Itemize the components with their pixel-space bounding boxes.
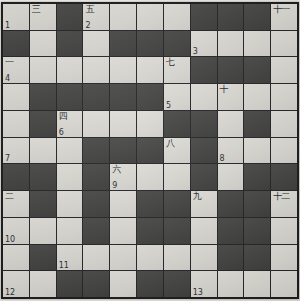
cell-r1c7[interactable]: 3: [191, 31, 217, 57]
down-clue-kanji-label: 六: [112, 164, 120, 174]
cell-r8c0[interactable]: 10: [3, 218, 29, 244]
black-cell-r9c8: [218, 245, 244, 271]
cell-r1c3[interactable]: [83, 31, 109, 57]
cell-r4c2[interactable]: 四6: [57, 111, 83, 137]
cell-r2c3[interactable]: [83, 57, 109, 83]
cell-r3c8[interactable]: 十: [218, 84, 244, 110]
down-clue-kanji-label: 十二: [273, 191, 289, 201]
black-cell-r2c8: [218, 57, 244, 83]
black-cell-r7c6: [164, 191, 190, 217]
cell-r6c8[interactable]: [218, 164, 244, 190]
across-clue-number-label: 4: [5, 74, 10, 83]
cell-r4c8[interactable]: [218, 111, 244, 137]
cell-r6c6[interactable]: [164, 164, 190, 190]
cell-r2c4[interactable]: [110, 57, 136, 83]
black-cell-r8c8: [218, 218, 244, 244]
cell-r10c8[interactable]: [218, 271, 244, 297]
across-clue-number-label: 1: [5, 21, 10, 30]
cell-r0c1[interactable]: 三: [30, 4, 56, 30]
black-cell-r3c4: [110, 84, 136, 110]
black-cell-r8c3: [83, 218, 109, 244]
cell-r7c7[interactable]: 九: [191, 191, 217, 217]
black-cell-r3c5: [137, 84, 163, 110]
black-cell-r4c6: [164, 111, 190, 137]
cell-r0c6[interactable]: [164, 4, 190, 30]
black-cell-r4c9: [244, 111, 270, 137]
cell-r10c0[interactable]: 12: [3, 271, 29, 297]
across-clue-number-label: 6: [59, 128, 64, 137]
cell-r9c4[interactable]: [110, 245, 136, 271]
black-cell-r10c5: [137, 271, 163, 297]
black-cell-r1c2: [57, 31, 83, 57]
black-cell-r6c0: [3, 164, 29, 190]
black-cell-r7c1: [30, 191, 56, 217]
down-clue-kanji-label: 十一: [273, 4, 289, 14]
cell-r8c1[interactable]: [30, 218, 56, 244]
cell-r9c7[interactable]: [191, 245, 217, 271]
cell-r8c10[interactable]: [271, 218, 297, 244]
cell-r5c10[interactable]: [271, 138, 297, 164]
cell-r0c5[interactable]: [137, 4, 163, 30]
black-cell-r7c3: [83, 191, 109, 217]
cell-r9c10[interactable]: [271, 245, 297, 271]
black-cell-r1c0: [3, 31, 29, 57]
cell-r10c7[interactable]: 13: [191, 271, 217, 297]
cell-r1c8[interactable]: [218, 31, 244, 57]
down-clue-kanji-label: 九: [193, 191, 201, 201]
cell-r8c7[interactable]: [191, 218, 217, 244]
cell-r1c1[interactable]: [30, 31, 56, 57]
cell-r1c9[interactable]: [244, 31, 270, 57]
cell-r9c6[interactable]: [164, 245, 190, 271]
across-clue-number-label: 2: [85, 21, 90, 30]
across-clue-number-label: 7: [5, 154, 10, 163]
cell-r10c4[interactable]: [110, 271, 136, 297]
cell-r4c10[interactable]: [271, 111, 297, 137]
down-clue-kanji-label: 二: [5, 191, 13, 201]
cell-r0c10[interactable]: 十一: [271, 4, 297, 30]
cell-r5c9[interactable]: [244, 138, 270, 164]
across-clue-number-label: 11: [59, 261, 69, 270]
cell-r7c10[interactable]: 十二: [271, 191, 297, 217]
down-clue-kanji-label: 十: [220, 84, 228, 94]
black-cell-r8c9: [244, 218, 270, 244]
across-clue-number-label: 12: [5, 288, 15, 297]
across-clue-number-label: 9: [112, 181, 117, 190]
cell-r7c4[interactable]: [110, 191, 136, 217]
down-clue-kanji-label: 八: [166, 138, 174, 148]
cell-r1c10[interactable]: [271, 31, 297, 57]
black-cell-r3c1: [30, 84, 56, 110]
black-cell-r5c4: [110, 138, 136, 164]
cell-r2c5[interactable]: [137, 57, 163, 83]
black-cell-r5c7: [191, 138, 217, 164]
black-cell-r1c5: [137, 31, 163, 57]
black-cell-r10c6: [164, 271, 190, 297]
black-cell-r9c9: [244, 245, 270, 271]
black-cell-r2c9: [244, 57, 270, 83]
black-cell-r4c7: [191, 111, 217, 137]
cell-r5c1[interactable]: [30, 138, 56, 164]
cell-r3c9[interactable]: [244, 84, 270, 110]
black-cell-r1c4: [110, 31, 136, 57]
cell-r2c10[interactable]: [271, 57, 297, 83]
down-clue-kanji-label: 三: [32, 4, 40, 14]
black-cell-r7c9: [244, 191, 270, 217]
cell-r2c1[interactable]: [30, 57, 56, 83]
black-cell-r6c3: [83, 164, 109, 190]
black-cell-r1c6: [164, 31, 190, 57]
black-cell-r5c5: [137, 138, 163, 164]
cell-r3c0[interactable]: [3, 84, 29, 110]
black-cell-r6c10: [271, 164, 297, 190]
black-cell-r2c7: [191, 57, 217, 83]
black-cell-r0c7: [191, 4, 217, 30]
black-cell-r3c3: [83, 84, 109, 110]
black-cell-r7c5: [137, 191, 163, 217]
cell-r8c2[interactable]: [57, 218, 83, 244]
cell-r4c4[interactable]: [110, 111, 136, 137]
cell-r6c5[interactable]: [137, 164, 163, 190]
down-clue-kanji-label: 一: [5, 57, 13, 67]
black-cell-r8c6: [164, 218, 190, 244]
cell-r4c5[interactable]: [137, 111, 163, 137]
cell-r10c9[interactable]: [244, 271, 270, 297]
cell-r9c5[interactable]: [137, 245, 163, 271]
cell-r6c2[interactable]: [57, 164, 83, 190]
black-cell-r0c9: [244, 4, 270, 30]
black-cell-r6c9: [244, 164, 270, 190]
cell-r2c0[interactable]: 一4: [3, 57, 29, 83]
black-cell-r0c8: [218, 4, 244, 30]
cell-r10c1[interactable]: [30, 271, 56, 297]
black-cell-r10c3: [83, 271, 109, 297]
across-clue-number-label: 13: [193, 288, 203, 297]
cell-r9c0[interactable]: [3, 245, 29, 271]
cell-r7c0[interactable]: 二: [3, 191, 29, 217]
cell-r5c0[interactable]: 7: [3, 138, 29, 164]
cell-r7c2[interactable]: [57, 191, 83, 217]
down-clue-kanji-label: 五: [85, 4, 93, 14]
down-clue-kanji-label: 七: [166, 57, 174, 67]
cell-r0c3[interactable]: 五2: [83, 4, 109, 30]
down-clue-kanji-label: 四: [59, 111, 67, 121]
cell-r3c6[interactable]: 5: [164, 84, 190, 110]
across-clue-number-label: 10: [5, 235, 15, 244]
black-cell-r4c1: [30, 111, 56, 137]
cell-r2c2[interactable]: [57, 57, 83, 83]
black-cell-r10c2: [57, 271, 83, 297]
cell-r4c3[interactable]: [83, 111, 109, 137]
black-cell-r3c2: [57, 84, 83, 110]
black-cell-r0c2: [57, 4, 83, 30]
across-clue-number-label: 5: [166, 101, 171, 110]
black-cell-r6c1: [30, 164, 56, 190]
black-cell-r9c1: [30, 245, 56, 271]
black-cell-r6c7: [191, 164, 217, 190]
across-clue-number-label: 3: [193, 47, 198, 56]
black-cell-r8c5: [137, 218, 163, 244]
cell-r5c8[interactable]: 8: [218, 138, 244, 164]
cell-r2c6[interactable]: 七: [164, 57, 190, 83]
black-cell-r7c8: [218, 191, 244, 217]
across-clue-number-label: 8: [220, 154, 225, 163]
cell-r9c2[interactable]: 11: [57, 245, 83, 271]
cell-r0c4[interactable]: [110, 4, 136, 30]
cell-r5c6[interactable]: 八: [164, 138, 190, 164]
black-cell-r5c3: [83, 138, 109, 164]
cell-r0c0[interactable]: 1: [3, 4, 29, 30]
cell-r3c7[interactable]: [191, 84, 217, 110]
cell-r5c2[interactable]: [57, 138, 83, 164]
cell-r9c3[interactable]: [83, 245, 109, 271]
crossword-board: 1三五2十一3一4七5十四67八8六9二九十二10111213: [1, 2, 299, 299]
cell-r3c10[interactable]: [271, 84, 297, 110]
cell-r4c0[interactable]: [3, 111, 29, 137]
cell-r8c4[interactable]: [110, 218, 136, 244]
cell-r10c10[interactable]: [271, 271, 297, 297]
cell-r6c4[interactable]: 六9: [110, 164, 136, 190]
